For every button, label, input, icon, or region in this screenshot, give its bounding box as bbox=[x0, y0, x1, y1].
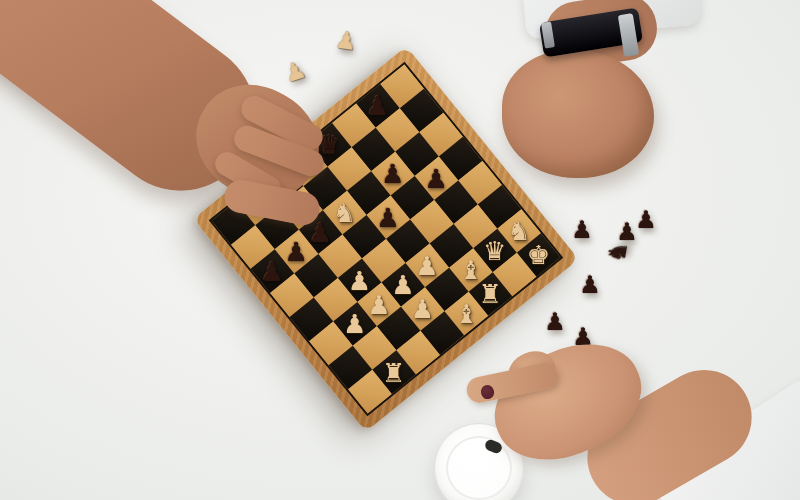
captured-dark-knight-lying[interactable]: ♞ bbox=[604, 239, 631, 264]
captured-light-pawn[interactable]: ♟ bbox=[281, 57, 309, 86]
captured-dark-pawn[interactable]: ♟ bbox=[635, 208, 657, 232]
dark-pawn-c3[interactable]: ♟ bbox=[309, 219, 332, 245]
light-king-h8[interactable]: ♚ bbox=[527, 242, 550, 268]
dark-pawn-c2[interactable]: ♟ bbox=[285, 239, 308, 265]
light-pawn-f2[interactable]: ♟ bbox=[343, 311, 366, 337]
dark-pawn-a7[interactable]: ♟ bbox=[366, 93, 389, 119]
captured-dark-pawn[interactable]: ♟ bbox=[544, 310, 566, 334]
light-queen-g7[interactable]: ♛ bbox=[483, 237, 506, 263]
dark-pawn-c1[interactable]: ♟ bbox=[261, 258, 284, 284]
lid-inner-ring bbox=[446, 436, 512, 500]
dark-pawn-d7[interactable]: ♟ bbox=[425, 165, 448, 191]
light-knight-c4[interactable]: ♞ bbox=[333, 200, 356, 226]
light-rook-h2[interactable]: ♜ bbox=[382, 359, 405, 385]
light-bishop-h5[interactable]: ♝ bbox=[455, 301, 478, 327]
captured-dark-pawn[interactable]: ♟ bbox=[571, 218, 593, 242]
captured-light-pawn[interactable]: ♟ bbox=[334, 27, 359, 54]
photo-stage: ♞♚♟♟♛♟♝♜♛♟♟♝♟♞♟♟♟♟♟♟♟♜♟ ♟♟♟♞♟♟♟♟♟ bbox=[0, 0, 800, 500]
captured-dark-pawn[interactable]: ♟ bbox=[579, 273, 601, 297]
light-pawn-f3[interactable]: ♟ bbox=[367, 291, 390, 317]
dark-pawn-c6[interactable]: ♟ bbox=[381, 161, 404, 187]
light-pawn-f5[interactable]: ♟ bbox=[416, 252, 439, 278]
light-pawn-g4[interactable]: ♟ bbox=[411, 296, 434, 322]
dark-pawn-d5[interactable]: ♟ bbox=[377, 204, 400, 230]
man-right-fist bbox=[502, 50, 654, 178]
light-rook-h6[interactable]: ♜ bbox=[479, 281, 502, 307]
